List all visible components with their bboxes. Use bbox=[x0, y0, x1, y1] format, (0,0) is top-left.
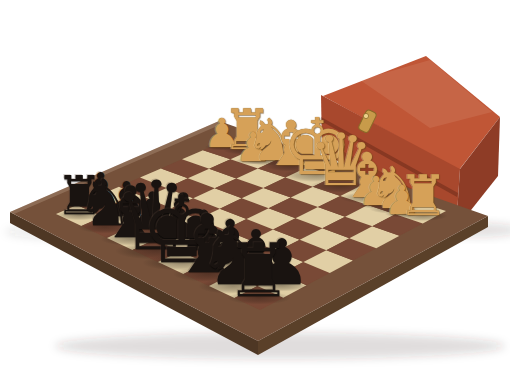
scene: ♜♞♝♛♚♝♞♜♟♟♟♟♟♟♟♟♟♜♟♞♝♚♛♝♟♞♟♜ bbox=[0, 0, 510, 378]
board-and-box-graphic bbox=[0, 0, 510, 378]
